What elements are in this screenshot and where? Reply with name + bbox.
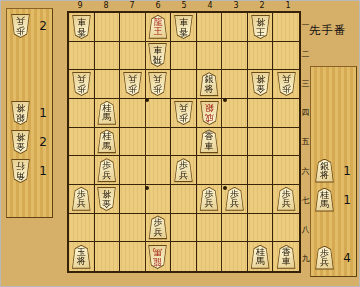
piece-face: 龍王 (148, 16, 167, 38)
hand-count: 1 (343, 164, 351, 178)
square-9-4[interactable] (69, 99, 95, 128)
piece-face: 桂馬 (251, 246, 270, 268)
piece-kanji: 車 (205, 142, 214, 152)
shogi-piece-金将[interactable]: 金将 (10, 130, 31, 154)
piece-kanji: 香 (77, 26, 86, 36)
piece-kanji: 車 (179, 17, 188, 27)
piece-face: 歩兵 (200, 188, 219, 210)
piece-kanji: 兵 (179, 103, 188, 113)
square-5-2[interactable] (171, 42, 197, 71)
square-4-6[interactable] (197, 156, 223, 185)
square-1-9[interactable]: 香車 (273, 242, 299, 271)
square-8-7[interactable]: 金将 (95, 185, 121, 214)
piece-kanji: 馬 (102, 113, 111, 123)
gote-captured-tray: 歩兵2銀将1金将2角行1 (6, 8, 53, 218)
shogi-app-window: 987654321 香車龍王香車王将飛車歩兵歩兵歩兵銀将金将歩兵桂馬歩兵成銀桂馬… (0, 0, 360, 287)
square-5-4[interactable]: 歩兵 (171, 99, 197, 128)
square-2-1[interactable]: 王将 (248, 13, 274, 42)
piece-face: 金将 (97, 188, 116, 210)
piece-kanji: 兵 (77, 74, 86, 84)
file-label-3: 3 (223, 1, 249, 10)
rank-label-4: 四 (301, 98, 310, 127)
square-3-5[interactable] (222, 128, 248, 157)
gote-hand-角行[interactable]: 角行1 (7, 156, 52, 185)
square-6-7[interactable] (146, 185, 172, 214)
piece-kanji: 兵 (282, 199, 291, 209)
file-label-4: 4 (197, 1, 223, 10)
piece-kanji: 歩 (128, 84, 137, 94)
shogi-piece-歩兵[interactable]: 歩兵 (173, 101, 194, 125)
piece-face: 角行 (11, 160, 30, 182)
shogi-piece-金将[interactable]: 金将 (250, 72, 271, 96)
square-8-4[interactable]: 桂馬 (95, 99, 121, 128)
shogi-piece-桂馬[interactable]: 桂馬 (250, 245, 271, 269)
piece-kanji: 兵 (102, 171, 111, 181)
shogi-piece-龍馬[interactable]: 龍馬 (147, 245, 168, 269)
square-6-3[interactable]: 歩兵 (146, 70, 172, 99)
square-6-9[interactable]: 龍馬 (146, 242, 172, 271)
square-5-5[interactable] (171, 128, 197, 157)
piece-face: 歩兵 (148, 216, 167, 238)
square-4-4[interactable]: 成銀 (197, 99, 223, 128)
sente-hand-桂馬[interactable]: 桂馬1 (311, 185, 356, 214)
piece-kanji: 将 (205, 85, 214, 95)
shogi-piece-歩兵[interactable]: 歩兵 (199, 187, 220, 211)
hand-count: 2 (39, 135, 47, 149)
square-2-9[interactable]: 桂馬 (248, 242, 274, 271)
square-4-2[interactable] (197, 42, 223, 71)
square-6-4[interactable] (146, 99, 172, 128)
piece-kanji: 銀 (16, 112, 25, 122)
square-6-2[interactable]: 飛車 (146, 42, 172, 71)
sente-hand-銀将[interactable]: 銀将1 (311, 156, 356, 185)
square-3-8[interactable] (222, 214, 248, 243)
shogi-piece-王将[interactable]: 王将 (250, 15, 271, 39)
square-5-7[interactable] (171, 185, 197, 214)
sente-hand-歩兵[interactable]: 歩兵4 (311, 243, 356, 272)
piece-face: 香車 (174, 16, 193, 38)
square-6-6[interactable] (146, 156, 172, 185)
piece-face: 香車 (277, 246, 296, 268)
piece-kanji: 馬 (320, 200, 329, 210)
square-7-9[interactable] (120, 242, 146, 271)
square-5-9[interactable] (171, 242, 197, 271)
gote-hand-金将[interactable]: 金将2 (7, 127, 52, 156)
square-3-7[interactable]: 歩兵 (222, 185, 248, 214)
piece-kanji: 成 (205, 112, 214, 122)
piece-kanji: 香 (179, 26, 188, 36)
shogi-piece-歩兵[interactable]: 歩兵 (71, 72, 92, 96)
piece-face: 銀将 (200, 73, 219, 95)
square-9-3[interactable]: 歩兵 (69, 70, 95, 99)
square-2-4[interactable] (248, 99, 274, 128)
square-8-5[interactable]: 桂馬 (95, 128, 121, 157)
piece-kanji: 将 (77, 257, 86, 267)
square-3-2[interactable] (222, 42, 248, 71)
piece-face: 歩兵 (11, 15, 30, 37)
shogi-piece-歩兵[interactable]: 歩兵 (224, 187, 245, 211)
piece-kanji: 兵 (179, 171, 188, 181)
rank-label-7: 七 (301, 186, 310, 215)
piece-kanji: 車 (282, 257, 291, 267)
shogi-piece-桂馬[interactable]: 桂馬 (96, 101, 117, 125)
square-9-6[interactable] (69, 156, 95, 185)
shogi-piece-玉将[interactable]: 玉将 (71, 245, 92, 269)
file-label-9: 9 (67, 1, 93, 10)
square-5-8[interactable] (171, 214, 197, 243)
piece-kanji: 王 (153, 27, 162, 37)
rank-label-9: 九 (301, 244, 310, 273)
shogi-piece-桂馬[interactable]: 桂馬 (96, 129, 117, 153)
square-6-5[interactable] (146, 128, 172, 157)
piece-face: 王将 (251, 16, 270, 38)
piece-kanji: 兵 (153, 228, 162, 238)
piece-kanji: 馬 (256, 257, 265, 267)
square-4-9[interactable] (197, 242, 223, 271)
hand-count: 1 (343, 193, 351, 207)
shogi-piece-成銀[interactable]: 成銀 (199, 101, 220, 125)
shogi-piece-歩兵[interactable]: 歩兵 (314, 246, 335, 270)
shogi-piece-銀将[interactable]: 銀将 (314, 159, 335, 183)
square-2-6[interactable] (248, 156, 274, 185)
rank-label-3: 三 (301, 69, 310, 98)
shogi-piece-桂馬[interactable]: 桂馬 (314, 188, 335, 212)
rank-coordinate-labels: 一二三四五六七八九 (301, 11, 310, 273)
piece-face: 歩兵 (225, 188, 244, 210)
file-label-8: 8 (93, 1, 119, 10)
square-3-9[interactable] (222, 242, 248, 271)
piece-kanji: 龍 (153, 256, 162, 266)
shogi-piece-角行[interactable]: 角行 (10, 159, 31, 183)
piece-kanji: 将 (320, 171, 329, 181)
file-label-2: 2 (249, 1, 275, 10)
shogi-piece-歩兵[interactable]: 歩兵 (276, 72, 297, 96)
piece-kanji: 兵 (153, 74, 162, 84)
piece-face: 歩兵 (277, 73, 296, 95)
piece-face: 歩兵 (97, 159, 116, 181)
square-8-2[interactable] (95, 42, 121, 71)
rank-label-6: 六 (301, 157, 310, 186)
piece-kanji: 兵 (77, 199, 86, 209)
piece-kanji: 馬 (102, 142, 111, 152)
square-1-7[interactable]: 歩兵 (273, 185, 299, 214)
square-7-2[interactable] (120, 42, 146, 71)
square-3-1[interactable] (222, 13, 248, 42)
shogi-piece-歩兵[interactable]: 歩兵 (10, 14, 31, 38)
piece-kanji: 将 (16, 103, 25, 113)
shogi-piece-銀将[interactable]: 銀将 (10, 101, 31, 125)
square-2-5[interactable] (248, 128, 274, 157)
piece-kanji: 兵 (282, 74, 291, 84)
piece-face: 龍馬 (148, 246, 167, 268)
piece-kanji: 歩 (282, 84, 291, 94)
square-8-8[interactable] (95, 214, 121, 243)
piece-kanji: 金 (256, 84, 265, 94)
square-7-5[interactable] (120, 128, 146, 157)
square-3-3[interactable] (222, 70, 248, 99)
piece-kanji: 歩 (179, 112, 188, 122)
shogi-piece-歩兵[interactable]: 歩兵 (147, 72, 168, 96)
piece-kanji: 馬 (153, 247, 162, 257)
shogi-piece-香車[interactable]: 香車 (173, 15, 194, 39)
file-label-5: 5 (171, 1, 197, 10)
piece-kanji: 兵 (16, 16, 25, 26)
shogi-piece-龍王[interactable]: 龍王 (147, 15, 168, 39)
gote-hand-歩兵[interactable]: 歩兵2 (7, 11, 52, 40)
square-3-4[interactable] (222, 99, 248, 128)
square-5-6[interactable]: 歩兵 (171, 156, 197, 185)
square-1-2[interactable] (273, 42, 299, 71)
piece-kanji: 王 (256, 26, 265, 36)
shogi-piece-歩兵[interactable]: 歩兵 (71, 187, 92, 211)
piece-kanji: 車 (153, 45, 162, 55)
shogi-piece-香車[interactable]: 香車 (276, 245, 297, 269)
star-point (145, 186, 149, 190)
piece-kanji: 兵 (205, 199, 214, 209)
piece-kanji: 歩 (16, 25, 25, 35)
hand-count: 1 (39, 164, 47, 178)
piece-face: 桂馬 (97, 130, 116, 152)
square-2-2[interactable] (248, 42, 274, 71)
square-1-1[interactable] (273, 13, 299, 42)
square-1-3[interactable]: 歩兵 (273, 70, 299, 99)
piece-kanji: 将 (256, 17, 265, 27)
square-8-9[interactable] (95, 242, 121, 271)
shogi-piece-香車[interactable]: 香車 (71, 15, 92, 39)
square-8-1[interactable] (95, 13, 121, 42)
square-8-6[interactable]: 歩兵 (95, 156, 121, 185)
square-5-1[interactable]: 香車 (171, 13, 197, 42)
piece-kanji: 歩 (77, 84, 86, 94)
square-9-5[interactable] (69, 128, 95, 157)
square-4-8[interactable] (197, 214, 223, 243)
piece-kanji: 車 (77, 17, 86, 27)
square-8-3[interactable] (95, 70, 121, 99)
piece-kanji: 金 (16, 141, 25, 151)
piece-face: 歩兵 (315, 247, 334, 269)
piece-kanji: 兵 (320, 258, 329, 268)
piece-kanji: 銀 (205, 103, 214, 113)
piece-kanji: 将 (256, 74, 265, 84)
star-point (223, 186, 227, 190)
square-7-8[interactable] (120, 214, 146, 243)
file-label-1: 1 (275, 1, 301, 10)
sente-captured-tray: 銀将1桂馬1歩兵4 (310, 66, 357, 277)
square-7-7[interactable] (120, 185, 146, 214)
piece-kanji: 将 (16, 132, 25, 142)
square-9-8[interactable] (69, 214, 95, 243)
square-7-4[interactable] (120, 99, 146, 128)
shogi-piece-香車[interactable]: 香車 (199, 129, 220, 153)
square-1-6[interactable] (273, 156, 299, 185)
piece-face: 歩兵 (277, 188, 296, 210)
piece-kanji: 角 (16, 170, 25, 180)
shogi-board: 香車龍王香車王将飛車歩兵歩兵歩兵銀将金将歩兵桂馬歩兵成銀桂馬香車歩兵歩兵歩兵金将… (67, 11, 301, 273)
square-5-3[interactable] (171, 70, 197, 99)
gote-hand-銀将[interactable]: 銀将1 (7, 98, 52, 127)
piece-face: 歩兵 (174, 102, 193, 124)
square-3-6[interactable] (222, 156, 248, 185)
square-7-1[interactable] (120, 13, 146, 42)
square-9-7[interactable]: 歩兵 (69, 185, 95, 214)
file-label-7: 7 (119, 1, 145, 10)
star-point (145, 98, 149, 102)
shogi-piece-歩兵[interactable]: 歩兵 (96, 158, 117, 182)
hand-count: 2 (39, 19, 47, 33)
piece-face: 歩兵 (72, 73, 91, 95)
square-2-3[interactable]: 金将 (248, 70, 274, 99)
piece-kanji: 金 (102, 198, 111, 208)
square-4-7[interactable]: 歩兵 (197, 185, 223, 214)
square-2-8[interactable] (248, 214, 274, 243)
file-coordinate-labels: 987654321 (67, 1, 301, 10)
rank-label-8: 八 (301, 215, 310, 244)
square-1-8[interactable] (273, 214, 299, 243)
piece-face: 香車 (200, 130, 219, 152)
turn-indicator: 先手番 (309, 23, 347, 38)
piece-face: 歩兵 (72, 188, 91, 210)
piece-kanji: 兵 (128, 74, 137, 84)
hand-count: 4 (343, 251, 351, 265)
piece-face: 歩兵 (148, 73, 167, 95)
square-1-4[interactable] (273, 99, 299, 128)
square-1-5[interactable] (273, 128, 299, 157)
piece-face: 銀将 (11, 102, 30, 124)
square-6-8[interactable]: 歩兵 (146, 214, 172, 243)
square-4-5[interactable]: 香車 (197, 128, 223, 157)
piece-face: 飛車 (148, 44, 167, 66)
shogi-piece-銀将[interactable]: 銀将 (199, 72, 220, 96)
square-7-3[interactable]: 歩兵 (120, 70, 146, 99)
square-4-1[interactable] (197, 13, 223, 42)
square-2-7[interactable] (248, 185, 274, 214)
shogi-piece-歩兵[interactable]: 歩兵 (147, 215, 168, 239)
piece-face: 桂馬 (97, 102, 116, 124)
piece-face: 成銀 (200, 102, 219, 124)
piece-kanji: 行 (16, 161, 25, 171)
piece-face: 玉将 (72, 246, 91, 268)
piece-kanji: 兵 (230, 199, 239, 209)
file-label-6: 6 (145, 1, 171, 10)
shogi-piece-歩兵[interactable]: 歩兵 (122, 72, 143, 96)
piece-face: 香車 (72, 16, 91, 38)
hand-count: 1 (39, 106, 47, 120)
piece-face: 歩兵 (174, 159, 193, 181)
rank-label-2: 二 (301, 40, 310, 69)
piece-face: 金将 (251, 73, 270, 95)
rank-label-5: 五 (301, 127, 310, 156)
piece-face: 金将 (11, 131, 30, 153)
piece-kanji: 歩 (153, 84, 162, 94)
piece-face: 歩兵 (123, 73, 142, 95)
square-9-2[interactable] (69, 42, 95, 71)
shogi-piece-歩兵[interactable]: 歩兵 (173, 158, 194, 182)
piece-kanji: 飛 (153, 55, 162, 65)
square-9-9[interactable]: 玉将 (69, 242, 95, 271)
shogi-piece-歩兵[interactable]: 歩兵 (276, 187, 297, 211)
piece-face: 桂馬 (315, 189, 334, 211)
square-4-3[interactable]: 銀将 (197, 70, 223, 99)
star-point (223, 98, 227, 102)
square-6-1[interactable]: 龍王 (146, 13, 172, 42)
square-7-6[interactable] (120, 156, 146, 185)
shogi-piece-飛車[interactable]: 飛車 (147, 43, 168, 67)
shogi-piece-金将[interactable]: 金将 (96, 187, 117, 211)
piece-face: 銀将 (315, 160, 334, 182)
square-9-1[interactable]: 香車 (69, 13, 95, 42)
piece-kanji: 将 (102, 189, 111, 199)
